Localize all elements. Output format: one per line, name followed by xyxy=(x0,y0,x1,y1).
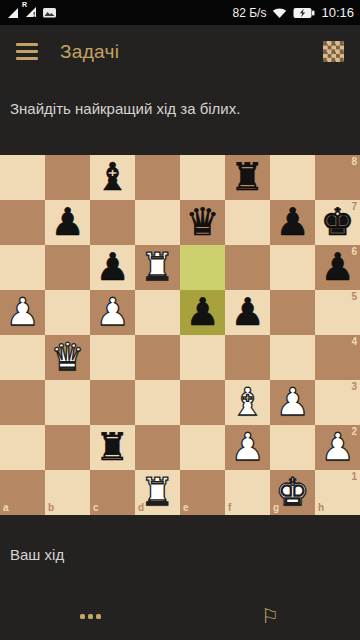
cell-signal-icon xyxy=(6,6,19,19)
white-pawn: ♟ xyxy=(275,380,309,425)
square-g7[interactable]: ♟ xyxy=(270,200,315,245)
square-d8[interactable] xyxy=(135,155,180,200)
file-label-g: g xyxy=(273,503,279,513)
file-label-e: e xyxy=(183,503,189,513)
square-e2[interactable] xyxy=(180,425,225,470)
square-g1[interactable]: ♚g xyxy=(270,470,315,515)
square-d4[interactable] xyxy=(135,335,180,380)
square-h2[interactable]: ♟2 xyxy=(315,425,360,470)
square-c4[interactable] xyxy=(90,335,135,380)
square-c3[interactable] xyxy=(90,380,135,425)
square-d6[interactable]: ♜ xyxy=(135,245,180,290)
battery-charging-icon xyxy=(293,7,315,19)
black-pawn: ♟ xyxy=(50,200,84,245)
square-h7[interactable]: ♚7 xyxy=(315,200,360,245)
square-b7[interactable]: ♟ xyxy=(45,200,90,245)
square-g5[interactable] xyxy=(270,290,315,335)
black-queen: ♛ xyxy=(185,200,219,245)
square-h3[interactable]: 3 xyxy=(315,380,360,425)
rank-label-3: 3 xyxy=(351,382,357,392)
black-bishop: ♝ xyxy=(95,155,129,200)
roaming-signal-icon: R ! xyxy=(24,5,37,21)
square-g8[interactable] xyxy=(270,155,315,200)
black-pawn: ♟ xyxy=(230,290,264,335)
square-e1[interactable]: e xyxy=(180,470,225,515)
square-a8[interactable] xyxy=(0,155,45,200)
black-king: ♚ xyxy=(320,200,354,245)
square-b1[interactable]: b xyxy=(45,470,90,515)
turn-label: Ваш хід xyxy=(10,546,64,563)
status-bar: R ! 82 Б/s 10:16 xyxy=(0,0,360,25)
mini-board-icon[interactable] xyxy=(323,41,344,62)
square-f8[interactable]: ♜ xyxy=(225,155,270,200)
square-e6[interactable] xyxy=(180,245,225,290)
rank-label-6: 6 xyxy=(351,247,357,257)
app-bar: Задачі xyxy=(0,25,360,78)
square-g6[interactable] xyxy=(270,245,315,290)
square-h8[interactable]: 8 xyxy=(315,155,360,200)
rank-label-1: 1 xyxy=(351,472,357,482)
square-h4[interactable]: 4 xyxy=(315,335,360,380)
square-d1[interactable]: ♜d xyxy=(135,470,180,515)
square-b6[interactable] xyxy=(45,245,90,290)
square-g3[interactable]: ♟ xyxy=(270,380,315,425)
file-label-a: a xyxy=(3,503,9,513)
white-pawn: ♟ xyxy=(5,290,39,335)
square-a3[interactable] xyxy=(0,380,45,425)
black-rook: ♜ xyxy=(95,425,129,470)
square-b8[interactable] xyxy=(45,155,90,200)
square-a5[interactable]: ♟ xyxy=(0,290,45,335)
square-d3[interactable] xyxy=(135,380,180,425)
white-bishop: ♝ xyxy=(230,380,264,425)
square-f4[interactable] xyxy=(225,335,270,380)
black-rook: ♜ xyxy=(230,155,264,200)
square-h6[interactable]: ♟6 xyxy=(315,245,360,290)
square-c6[interactable]: ♟ xyxy=(90,245,135,290)
rank-label-7: 7 xyxy=(351,202,357,212)
more-options-button[interactable] xyxy=(0,592,180,640)
square-e3[interactable] xyxy=(180,380,225,425)
network-speed: 82 Б/s xyxy=(233,6,267,20)
file-label-d: d xyxy=(138,503,144,513)
square-f6[interactable] xyxy=(225,245,270,290)
white-rook: ♜ xyxy=(140,470,174,515)
square-h1[interactable]: 1h xyxy=(315,470,360,515)
square-b4[interactable]: ♛ xyxy=(45,335,90,380)
file-label-c: c xyxy=(93,503,99,513)
file-label-b: b xyxy=(48,503,54,513)
square-d5[interactable] xyxy=(135,290,180,335)
rank-label-5: 5 xyxy=(351,292,357,302)
square-a6[interactable] xyxy=(0,245,45,290)
square-d2[interactable] xyxy=(135,425,180,470)
screenshot-icon xyxy=(42,6,57,19)
bottom-toolbar: ⚐ xyxy=(0,592,360,640)
square-g4[interactable] xyxy=(270,335,315,380)
square-g2[interactable] xyxy=(270,425,315,470)
black-pawn: ♟ xyxy=(185,290,219,335)
square-c8[interactable]: ♝ xyxy=(90,155,135,200)
rank-label-2: 2 xyxy=(351,427,357,437)
square-c1[interactable]: c xyxy=(90,470,135,515)
flag-icon: ⚐ xyxy=(261,606,279,626)
square-c2[interactable]: ♜ xyxy=(90,425,135,470)
give-up-button[interactable]: ⚐ xyxy=(180,592,360,640)
square-e5[interactable]: ♟ xyxy=(180,290,225,335)
rank-label-8: 8 xyxy=(351,157,357,167)
square-b5[interactable] xyxy=(45,290,90,335)
square-f1[interactable]: f xyxy=(225,470,270,515)
black-pawn: ♟ xyxy=(320,245,354,290)
clock-time: 10:16 xyxy=(321,5,354,20)
wifi-icon xyxy=(272,7,287,19)
square-f3[interactable]: ♝ xyxy=(225,380,270,425)
file-label-f: f xyxy=(228,503,231,513)
status-left-icons: R ! xyxy=(6,5,57,21)
square-b3[interactable] xyxy=(45,380,90,425)
square-f5[interactable]: ♟ xyxy=(225,290,270,335)
square-f7[interactable] xyxy=(225,200,270,245)
square-a2[interactable] xyxy=(0,425,45,470)
square-e8[interactable] xyxy=(180,155,225,200)
white-pawn: ♟ xyxy=(95,290,129,335)
square-e4[interactable] xyxy=(180,335,225,380)
more-options-icon xyxy=(80,614,101,619)
menu-icon[interactable] xyxy=(16,43,38,60)
square-c7[interactable] xyxy=(90,200,135,245)
white-pawn: ♟ xyxy=(320,425,354,470)
square-b2[interactable] xyxy=(45,425,90,470)
white-queen: ♛ xyxy=(50,335,84,380)
chess-board: ♝♜8♟♛♟♚7♟♜♟6♟♟♟♟5♛4♝♟3♜♟♟2abc♜def♚g1h xyxy=(0,155,360,515)
page-title: Задачі xyxy=(60,41,119,63)
square-a7[interactable] xyxy=(0,200,45,245)
square-d7[interactable] xyxy=(135,200,180,245)
square-f2[interactable]: ♟ xyxy=(225,425,270,470)
puzzle-instruction: Знайдіть найкращий хід за білих. xyxy=(10,100,240,117)
svg-text:!: ! xyxy=(33,11,35,18)
square-e7[interactable]: ♛ xyxy=(180,200,225,245)
black-pawn: ♟ xyxy=(275,200,309,245)
black-pawn: ♟ xyxy=(95,245,129,290)
rank-label-4: 4 xyxy=(351,337,357,347)
square-h5[interactable]: 5 xyxy=(315,290,360,335)
puzzle-screen: { "game": "chess", "position": { "fen": … xyxy=(0,0,360,640)
white-pawn: ♟ xyxy=(230,425,264,470)
square-a1[interactable]: a xyxy=(0,470,45,515)
white-rook: ♜ xyxy=(140,245,174,290)
white-king: ♚ xyxy=(275,470,309,515)
square-c5[interactable]: ♟ xyxy=(90,290,135,335)
file-label-h: h xyxy=(318,503,324,513)
square-a4[interactable] xyxy=(0,335,45,380)
